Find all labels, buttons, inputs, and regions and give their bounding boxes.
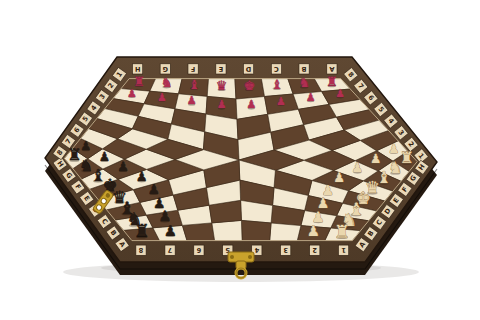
piece-red-king-4: ♚ — [243, 78, 255, 93]
piece-red-pawn-0: ♟ — [127, 87, 137, 100]
cell-black-0-2 — [182, 223, 214, 241]
cell-white-7-2 — [270, 223, 301, 241]
piece-white-pawn-7: ♟ — [307, 222, 320, 239]
piece-red-pawn-4: ♟ — [246, 98, 256, 111]
piece-red-knight-1: ♞ — [161, 75, 173, 90]
piece-white-rook-7: ♜ — [334, 221, 350, 242]
label-top-E: E — [218, 65, 223, 73]
label-top-F: F — [191, 65, 196, 73]
front-clasp-rivet-right — [248, 255, 252, 259]
piece-white-pawn-1: ♟ — [370, 151, 381, 166]
piece-red-pawn-1: ♟ — [157, 91, 167, 104]
piece-red-queen-3: ♛ — [216, 78, 228, 93]
label-bottom-8: 8 — [138, 246, 143, 254]
piece-red-pawn-3: ♟ — [217, 98, 227, 111]
label-bottom-7: 7 — [167, 246, 172, 254]
piece-black-pawn-4: ♟ — [136, 169, 148, 184]
cell-white-7-3 — [241, 220, 271, 240]
piece-black-pawn-5: ♟ — [117, 159, 129, 174]
label-bottom-3: 3 — [283, 246, 288, 254]
piece-black-pawn-6: ♟ — [99, 149, 110, 164]
label-bottom-4: 4 — [254, 246, 259, 254]
label-bottom-6: 6 — [196, 246, 201, 254]
piece-red-pawn-2: ♟ — [187, 94, 197, 107]
piece-red-pawn-6: ♟ — [306, 91, 316, 104]
label-bottom-1: 1 — [341, 246, 346, 254]
label-bottom-2: 2 — [312, 246, 317, 254]
piece-red-bishop-5: ♝ — [271, 77, 283, 92]
three-player-chess-set-photo: HGFEDCBA87654321HGFEDCBA12345678ABCDEFGH… — [0, 0, 480, 320]
piece-black-rook-0: ♜ — [134, 220, 150, 241]
piece-black-pawn-7: ♟ — [80, 139, 91, 153]
front-clasp-rivet-left — [230, 255, 234, 259]
piece-white-pawn-3: ♟ — [333, 170, 345, 185]
label-top-D: D — [245, 65, 251, 73]
label-top-H: H — [135, 65, 141, 73]
piece-red-knight-6: ♞ — [298, 75, 310, 90]
piece-red-pawn-7: ♟ — [335, 87, 345, 100]
piece-black-pawn-0: ♟ — [164, 222, 177, 239]
three-player-chess-board: HGFEDCBA87654321HGFEDCBA12345678ABCDEFGH… — [0, 0, 480, 320]
piece-red-bishop-2: ♝ — [188, 77, 200, 92]
label-top-G: G — [163, 65, 168, 73]
piece-white-pawn-0: ♟ — [388, 141, 399, 156]
label-top-B: B — [302, 65, 307, 73]
label-top-A: A — [328, 65, 334, 73]
label-top-C: C — [274, 65, 279, 73]
cell-black-0-3 — [212, 220, 242, 240]
piece-red-pawn-5: ♟ — [276, 95, 286, 108]
piece-white-pawn-2: ♟ — [352, 160, 364, 175]
